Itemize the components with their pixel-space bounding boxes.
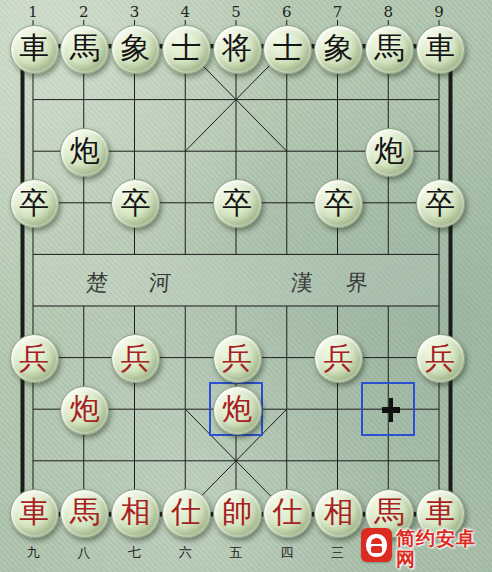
piece-glyph: 炮 — [70, 387, 100, 431]
piece-glyph: 車 — [19, 490, 49, 534]
piece-red-soldier[interactable]: 兵 — [416, 334, 465, 383]
piece-red-chariot[interactable]: 車 — [10, 489, 59, 538]
piece-black-elephant[interactable]: 象 — [314, 25, 363, 74]
android-robot-icon — [366, 534, 387, 557]
piece-red-horse[interactable]: 馬 — [60, 489, 109, 538]
piece-glyph: 車 — [19, 26, 49, 70]
file-label-bottom-4: 六 — [173, 545, 197, 560]
piece-black-cannon[interactable]: 炮 — [60, 128, 109, 177]
piece-black-soldier[interactable]: 卒 — [111, 179, 160, 228]
piece-glyph: 卒 — [121, 181, 151, 225]
piece-red-soldier[interactable]: 兵 — [213, 334, 262, 383]
piece-black-horse[interactable]: 馬 — [365, 25, 414, 74]
piece-glyph: 士 — [273, 26, 303, 70]
file-label-top-8: 8 — [376, 4, 400, 20]
file-label-bottom-5: 五 — [224, 545, 248, 560]
piece-glyph: 兵 — [324, 336, 354, 380]
piece-black-soldier[interactable]: 卒 — [10, 179, 59, 228]
piece-glyph: 卒 — [19, 181, 49, 225]
piece-red-cannon[interactable]: 炮 — [213, 386, 262, 435]
piece-black-advisor[interactable]: 士 — [162, 25, 211, 74]
piece-glyph: 炮 — [374, 129, 404, 173]
piece-glyph: 相 — [324, 490, 354, 534]
piece-glyph: 炮 — [70, 129, 100, 173]
piece-glyph: 兵 — [19, 336, 49, 380]
piece-glyph: 帥 — [222, 490, 252, 534]
piece-glyph: 象 — [121, 26, 151, 70]
piece-glyph: 兵 — [121, 336, 151, 380]
piece-glyph: 馬 — [374, 26, 404, 70]
river-text-jie: 界 — [341, 270, 373, 296]
piece-black-cannon[interactable]: 炮 — [365, 128, 414, 177]
piece-red-soldier[interactable]: 兵 — [10, 334, 59, 383]
piece-glyph: 将 — [222, 26, 252, 70]
xiangqi-board: 楚 河 漢 界 123456789 九八七六五四三 車馬象士将士象馬車炮炮卒卒卒… — [0, 0, 492, 572]
piece-glyph: 兵 — [425, 336, 455, 380]
piece-red-soldier[interactable]: 兵 — [314, 334, 363, 383]
piece-black-elephant[interactable]: 象 — [111, 25, 160, 74]
piece-glyph: 馬 — [70, 490, 100, 534]
crosshair-cursor — [382, 398, 400, 422]
piece-red-advisor[interactable]: 仕 — [263, 489, 312, 538]
river-text-han: 漢 — [286, 270, 318, 296]
piece-glyph: 卒 — [222, 181, 252, 225]
piece-glyph: 兵 — [222, 336, 252, 380]
file-label-bottom-2: 八 — [72, 545, 96, 560]
file-label-top-3: 3 — [123, 4, 147, 20]
piece-glyph: 卒 — [425, 181, 455, 225]
watermark: 简约安卓网 www.jylzwj.com — [361, 528, 492, 572]
piece-glyph: 仕 — [171, 490, 201, 534]
file-label-top-1: 1 — [21, 4, 45, 20]
watermark-logo-icon — [361, 528, 392, 562]
piece-red-general[interactable]: 帥 — [213, 489, 262, 538]
river-text-he: 河 — [144, 270, 176, 296]
piece-glyph: 象 — [324, 26, 354, 70]
file-label-bottom-7: 三 — [326, 545, 350, 560]
piece-black-chariot[interactable]: 車 — [416, 25, 465, 74]
piece-glyph: 車 — [425, 26, 455, 70]
piece-black-advisor[interactable]: 士 — [263, 25, 312, 74]
piece-red-advisor[interactable]: 仕 — [162, 489, 211, 538]
piece-glyph: 士 — [171, 26, 201, 70]
file-label-bottom-1: 九 — [21, 545, 45, 560]
file-label-top-2: 2 — [72, 4, 96, 20]
piece-red-elephant[interactable]: 相 — [314, 489, 363, 538]
piece-black-soldier[interactable]: 卒 — [213, 179, 262, 228]
file-label-top-4: 4 — [173, 4, 197, 20]
piece-glyph: 炮 — [222, 387, 252, 431]
file-label-top-5: 5 — [224, 4, 248, 20]
file-label-top-7: 7 — [326, 4, 350, 20]
piece-glyph: 相 — [121, 490, 151, 534]
file-label-bottom-6: 四 — [275, 545, 299, 560]
file-label-top-6: 6 — [275, 4, 299, 20]
file-label-top-9: 9 — [427, 4, 451, 20]
river-text-chu: 楚 — [81, 270, 113, 296]
watermark-site-name: 简约安卓网 — [396, 528, 492, 570]
piece-red-soldier[interactable]: 兵 — [111, 334, 160, 383]
piece-black-chariot[interactable]: 車 — [10, 25, 59, 74]
file-label-bottom-3: 七 — [123, 545, 147, 560]
piece-red-cannon[interactable]: 炮 — [60, 386, 109, 435]
piece-black-soldier[interactable]: 卒 — [416, 179, 465, 228]
piece-glyph: 仕 — [273, 490, 303, 534]
piece-black-soldier[interactable]: 卒 — [314, 179, 363, 228]
piece-glyph: 馬 — [70, 26, 100, 70]
piece-black-general[interactable]: 将 — [213, 25, 262, 74]
piece-red-elephant[interactable]: 相 — [111, 489, 160, 538]
piece-glyph: 卒 — [324, 181, 354, 225]
piece-black-horse[interactable]: 馬 — [60, 25, 109, 74]
